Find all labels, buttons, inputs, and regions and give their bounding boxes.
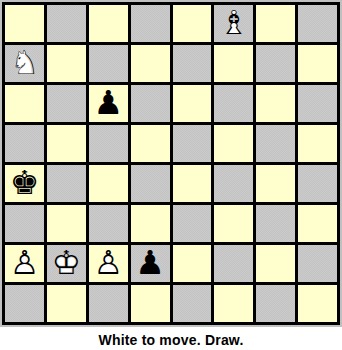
piece-white-pawn: ♟♙	[5, 245, 44, 282]
square-e4[interactable]	[173, 165, 212, 202]
square-f4[interactable]	[214, 165, 253, 202]
caption-text: White to move. Draw.	[0, 332, 342, 348]
square-f1[interactable]	[214, 285, 253, 322]
square-b8[interactable]	[47, 5, 86, 42]
square-a1[interactable]	[5, 285, 44, 322]
square-e5[interactable]	[173, 125, 212, 162]
square-f5[interactable]	[214, 125, 253, 162]
square-b5[interactable]	[47, 125, 86, 162]
square-c3[interactable]	[89, 205, 128, 242]
square-a6[interactable]	[5, 85, 44, 122]
square-g4[interactable]	[256, 165, 295, 202]
square-b2[interactable]: ♚♔	[47, 245, 86, 282]
square-c7[interactable]	[89, 45, 128, 82]
square-c5[interactable]	[89, 125, 128, 162]
square-a8[interactable]	[5, 5, 44, 42]
square-f7[interactable]	[214, 45, 253, 82]
square-b4[interactable]	[47, 165, 86, 202]
square-h8[interactable]	[298, 5, 337, 42]
square-a5[interactable]	[5, 125, 44, 162]
square-c4[interactable]	[89, 165, 128, 202]
piece-white-pawn: ♟♙	[89, 245, 128, 282]
square-g1[interactable]	[256, 285, 295, 322]
piece-black-pawn: ♟	[89, 85, 128, 122]
square-a3[interactable]	[5, 205, 44, 242]
square-d2[interactable]: ♟	[131, 245, 170, 282]
square-f8[interactable]: ♝♗	[214, 5, 253, 42]
square-d1[interactable]	[131, 285, 170, 322]
piece-white-king: ♚♔	[47, 245, 86, 282]
square-e7[interactable]	[173, 45, 212, 82]
square-h7[interactable]	[298, 45, 337, 82]
square-c1[interactable]	[89, 285, 128, 322]
piece-white-knight: ♞♘	[5, 45, 44, 82]
square-a4[interactable]: ♚	[5, 165, 44, 202]
square-h5[interactable]	[298, 125, 337, 162]
square-a7[interactable]: ♞♘	[5, 45, 44, 82]
square-g2[interactable]	[256, 245, 295, 282]
square-b1[interactable]	[47, 285, 86, 322]
square-d3[interactable]	[131, 205, 170, 242]
square-h4[interactable]	[298, 165, 337, 202]
square-f3[interactable]	[214, 205, 253, 242]
square-b6[interactable]	[47, 85, 86, 122]
square-b3[interactable]	[47, 205, 86, 242]
square-h3[interactable]	[298, 205, 337, 242]
square-g6[interactable]	[256, 85, 295, 122]
square-g3[interactable]	[256, 205, 295, 242]
square-c2[interactable]: ♟♙	[89, 245, 128, 282]
square-f6[interactable]	[214, 85, 253, 122]
square-e1[interactable]	[173, 285, 212, 322]
square-h2[interactable]	[298, 245, 337, 282]
chess-board-frame: ♝♗♞♘♟♚♟♙♚♔♟♙♟	[0, 0, 342, 327]
square-d8[interactable]	[131, 5, 170, 42]
square-e2[interactable]	[173, 245, 212, 282]
square-d4[interactable]	[131, 165, 170, 202]
square-d6[interactable]	[131, 85, 170, 122]
square-e8[interactable]	[173, 5, 212, 42]
piece-white-bishop: ♝♗	[214, 5, 253, 42]
square-h6[interactable]	[298, 85, 337, 122]
square-d5[interactable]	[131, 125, 170, 162]
square-a2[interactable]: ♟♙	[5, 245, 44, 282]
square-h1[interactable]	[298, 285, 337, 322]
piece-black-king: ♚	[5, 165, 44, 202]
square-d7[interactable]	[131, 45, 170, 82]
square-e3[interactable]	[173, 205, 212, 242]
square-b7[interactable]	[47, 45, 86, 82]
chess-board: ♝♗♞♘♟♚♟♙♚♔♟♙♟	[5, 5, 337, 322]
square-g5[interactable]	[256, 125, 295, 162]
square-e6[interactable]	[173, 85, 212, 122]
square-c8[interactable]	[89, 5, 128, 42]
piece-black-pawn: ♟	[131, 245, 170, 282]
square-g8[interactable]	[256, 5, 295, 42]
square-c6[interactable]: ♟	[89, 85, 128, 122]
square-g7[interactable]	[256, 45, 295, 82]
square-f2[interactable]	[214, 245, 253, 282]
